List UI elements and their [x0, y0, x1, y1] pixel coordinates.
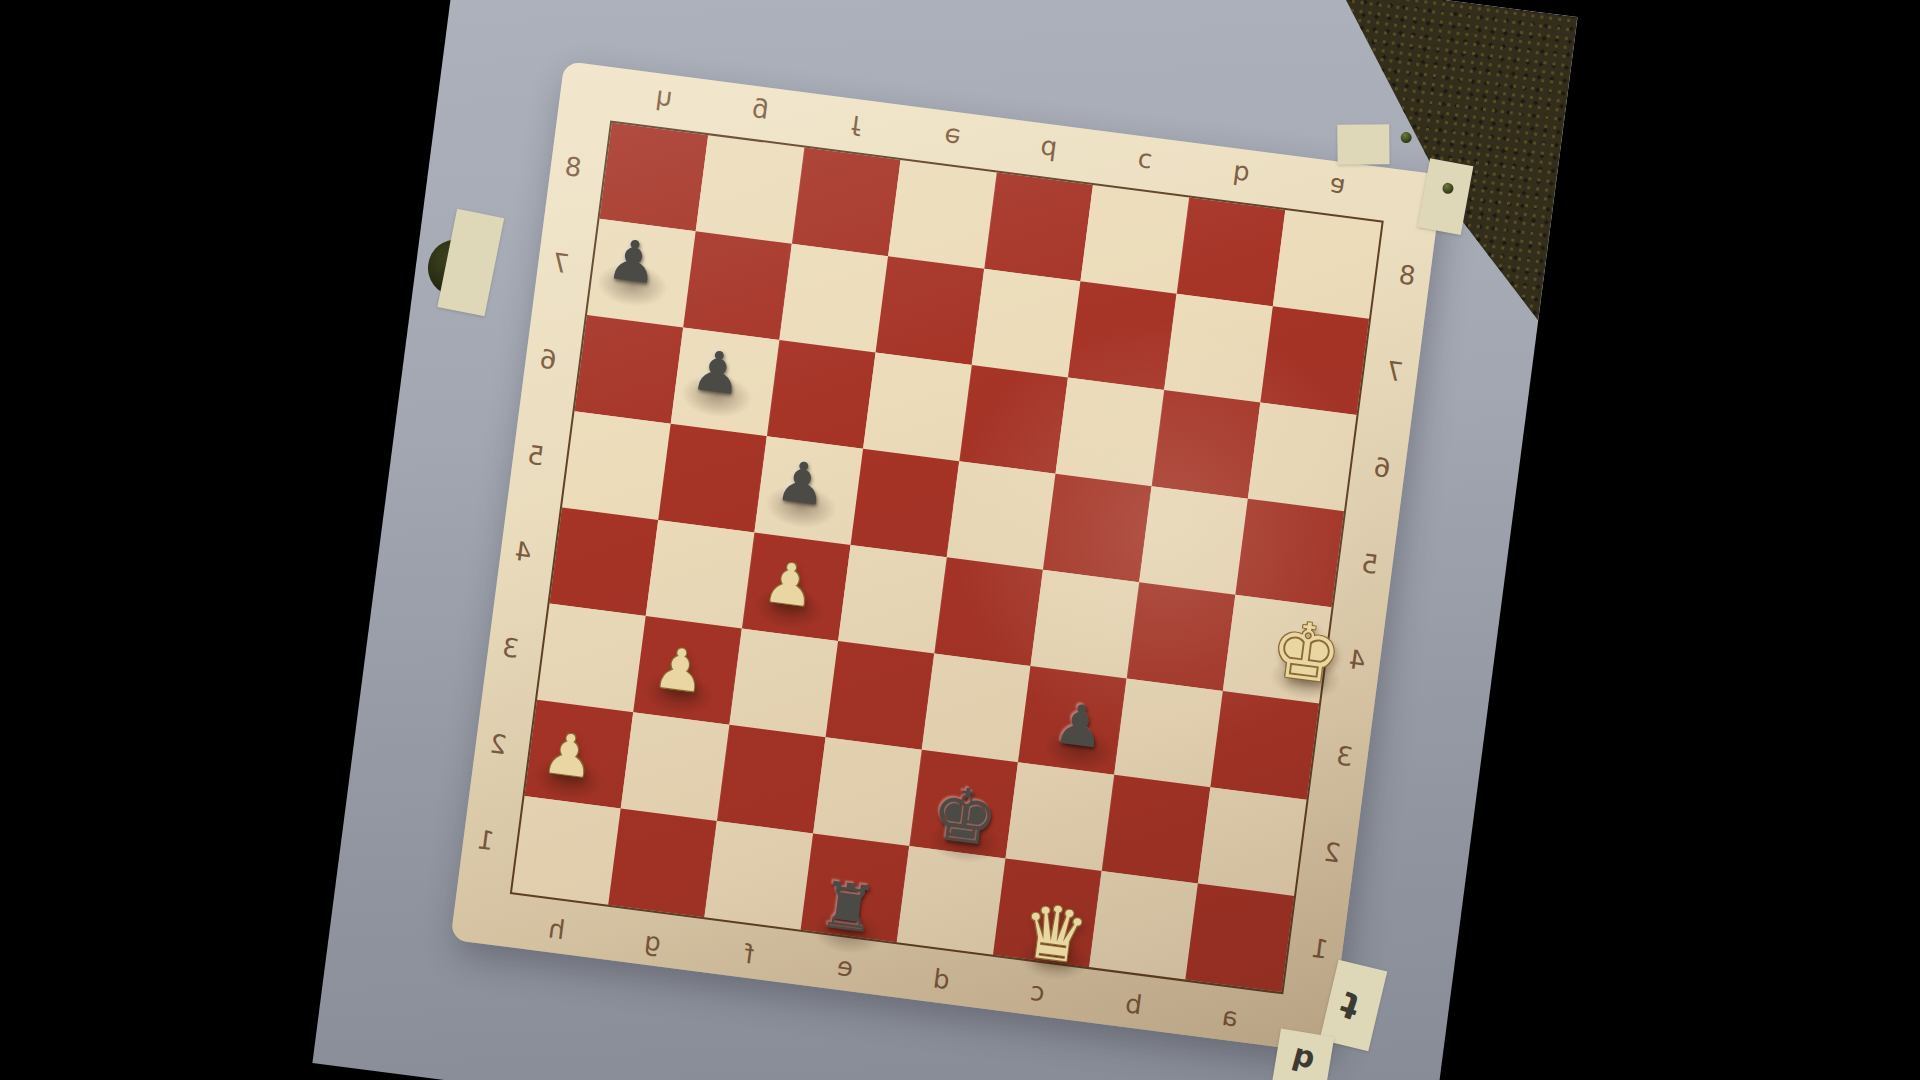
square-c2 — [1005, 762, 1114, 871]
rank-label-right-4: 4 — [1348, 646, 1368, 674]
square-f3 — [729, 629, 838, 738]
piece-black-rook-e1: ♜ — [815, 867, 881, 948]
file-label-bottom-d: d — [931, 965, 951, 993]
square-b5 — [1139, 486, 1248, 595]
square-a3 — [1210, 691, 1319, 800]
piece-white-pawn-h2: ♟ — [540, 719, 598, 790]
rank-label-right-3: 3 — [1335, 742, 1355, 770]
piece-white-pawn-g3: ♟ — [651, 634, 709, 705]
rank-label-left-6: 6 — [538, 345, 558, 373]
file-label-top-e: e — [943, 124, 962, 152]
square-g7 — [683, 231, 792, 340]
rank-label-left-3: 3 — [501, 634, 521, 662]
square-b7 — [1164, 294, 1273, 403]
square-e2 — [813, 737, 922, 846]
square-a1 — [1185, 883, 1294, 992]
square-b8 — [1177, 198, 1286, 307]
chess-board: hh88gg77ff66ee55dd44cc33bb22aa11 ♟♟♟♟♟♟♚… — [450, 61, 1443, 1054]
rank-label-right-7: 7 — [1385, 357, 1405, 385]
square-g4 — [646, 520, 755, 629]
tape-left-edge — [437, 209, 504, 317]
file-label-bottom-b: b — [1123, 990, 1143, 1018]
file-label-bottom-f: f — [742, 941, 754, 968]
square-d6 — [959, 365, 1068, 474]
file-label-bottom-h: h — [546, 915, 566, 943]
square-a5 — [1235, 499, 1344, 608]
rank-label-right-5: 5 — [1360, 550, 1380, 578]
square-a8 — [1273, 210, 1382, 319]
square-g8 — [696, 135, 805, 244]
rank-label-left-4: 4 — [513, 537, 533, 565]
square-b4 — [1127, 582, 1236, 691]
file-label-top-d: d — [1039, 136, 1059, 164]
file-label-top-g: g — [750, 99, 770, 127]
square-d8 — [984, 173, 1093, 282]
piece-black-pawn-f5: ♟ — [773, 447, 831, 518]
square-f6 — [767, 340, 876, 449]
file-label-bottom-c: c — [1028, 978, 1046, 1006]
square-e7 — [876, 256, 985, 365]
piece-white-king-a4: ♚ — [1266, 603, 1347, 701]
square-a7 — [1260, 306, 1369, 415]
file-label-top-c: c — [1136, 149, 1154, 177]
piece-black-pawn-g6: ♟ — [688, 336, 746, 407]
file-label-bottom-e: e — [835, 953, 854, 981]
square-b3 — [1114, 679, 1223, 788]
rank-label-right-6: 6 — [1373, 453, 1393, 481]
piece-black-pawn-c3: ♟ — [1051, 690, 1109, 761]
rank-label-right-1: 1 — [1310, 934, 1330, 962]
file-label-top-b: b — [1231, 161, 1251, 189]
rank-label-left-2: 2 — [488, 730, 508, 758]
square-h6 — [575, 315, 684, 424]
file-label-top-f: f — [850, 112, 862, 139]
square-h4 — [550, 507, 659, 616]
square-g1 — [608, 808, 717, 917]
file-label-top-a: a — [1328, 174, 1347, 202]
square-e4 — [838, 545, 947, 654]
square-a2 — [1198, 787, 1307, 896]
rank-label-left-7: 7 — [551, 249, 571, 277]
pushpin-1 — [1400, 131, 1412, 143]
square-b2 — [1102, 775, 1211, 884]
square-d7 — [972, 269, 1081, 378]
tape-top-right — [1337, 124, 1389, 165]
square-d4 — [934, 557, 1043, 666]
square-f8 — [792, 148, 901, 257]
file-label-top-h: h — [654, 86, 674, 114]
rank-label-right-8: 8 — [1398, 261, 1418, 289]
square-b1 — [1089, 871, 1198, 980]
square-d5 — [947, 461, 1056, 570]
rank-label-left-5: 5 — [526, 441, 546, 469]
square-e6 — [863, 352, 972, 461]
piece-white-pawn-f4: ♟ — [761, 548, 819, 619]
square-h3 — [537, 604, 646, 713]
rank-label-left-8: 8 — [563, 153, 583, 181]
square-c5 — [1043, 474, 1152, 583]
screenshot-frame: ʇ p hh88gg77ff66ee55dd44cc33bb22aa11 ♟♟♟… — [0, 0, 1920, 1080]
rank-label-left-1: 1 — [476, 826, 496, 854]
camera-photo: ʇ p hh88gg77ff66ee55dd44cc33bb22aa11 ♟♟♟… — [312, 0, 1577, 1080]
square-h1 — [512, 796, 621, 905]
piece-black-king-d2: ♚ — [927, 769, 1004, 863]
square-d3 — [922, 654, 1031, 763]
square-a6 — [1248, 402, 1357, 511]
piece-white-queen-c1: ♛ — [1016, 886, 1093, 980]
square-g2 — [621, 712, 730, 821]
square-b6 — [1152, 390, 1261, 499]
square-f7 — [779, 244, 888, 353]
rank-label-right-2: 2 — [1323, 838, 1343, 866]
square-e3 — [826, 641, 935, 750]
square-f1 — [704, 821, 813, 930]
file-label-bottom-g: g — [642, 928, 662, 956]
square-f2 — [717, 725, 826, 834]
square-e5 — [851, 449, 960, 558]
square-c7 — [1068, 281, 1177, 390]
square-d1 — [897, 846, 1006, 955]
square-c8 — [1080, 185, 1189, 294]
square-c6 — [1055, 377, 1164, 486]
square-c4 — [1030, 570, 1139, 679]
file-label-bottom-a: a — [1220, 1003, 1239, 1031]
square-g5 — [658, 424, 767, 533]
square-h8 — [599, 123, 708, 232]
piece-black-pawn-h7: ♟ — [604, 225, 662, 296]
square-h5 — [562, 411, 671, 520]
square-e8 — [888, 160, 997, 269]
